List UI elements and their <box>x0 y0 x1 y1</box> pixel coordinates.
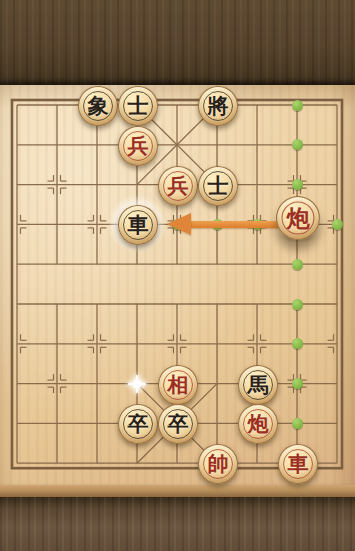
piece-character: 兵 <box>128 132 149 160</box>
move-hint-dot[interactable] <box>292 418 303 429</box>
piece-black-advisor[interactable]: 士 <box>118 86 158 126</box>
piece-character: 炮 <box>248 410 269 438</box>
piece-black-advisor[interactable]: 士 <box>198 166 238 206</box>
piece-character: 象 <box>88 92 109 120</box>
move-hint-dot[interactable] <box>292 259 303 270</box>
piece-character: 炮 <box>286 203 309 234</box>
piece-red-soldier[interactable]: 兵 <box>118 126 158 166</box>
move-hint-dot[interactable] <box>292 338 303 349</box>
piece-red-elephant[interactable]: 相 <box>158 365 198 405</box>
piece-character: 相 <box>168 371 189 399</box>
move-arrow-head <box>167 213 191 235</box>
piece-character: 兵 <box>168 172 189 200</box>
move-hint-dot[interactable] <box>292 299 303 310</box>
piece-black-elephant[interactable]: 象 <box>78 86 118 126</box>
piece-black-horse[interactable]: 馬 <box>238 365 278 405</box>
piece-character: 將 <box>208 92 229 120</box>
move-hint-dot[interactable] <box>292 378 303 389</box>
piece-character: 車 <box>288 450 309 478</box>
move-hint-dot[interactable] <box>292 139 303 150</box>
piece-character: 卒 <box>168 410 189 438</box>
sparkle-effect <box>126 373 148 395</box>
piece-character: 車 <box>128 211 149 239</box>
piece-black-general[interactable]: 將 <box>198 86 238 126</box>
move-hint-dot[interactable] <box>292 100 303 111</box>
move-hint-dot[interactable] <box>292 179 303 190</box>
piece-red-soldier[interactable]: 兵 <box>158 166 198 206</box>
move-arrow-shaft <box>188 221 284 228</box>
move-hint-dot[interactable] <box>332 219 343 230</box>
piece-character: 卒 <box>128 410 149 438</box>
xiangqi-app-screenshot: 象士將兵兵士車炮相馬卒卒炮帥車 <box>0 0 355 551</box>
piece-character: 馬 <box>248 371 269 399</box>
piece-character: 士 <box>128 92 149 120</box>
piece-red-general[interactable]: 帥 <box>198 444 238 484</box>
piece-red-chariot[interactable]: 車 <box>278 444 318 484</box>
piece-character: 士 <box>208 172 229 200</box>
piece-character: 帥 <box>208 450 229 478</box>
